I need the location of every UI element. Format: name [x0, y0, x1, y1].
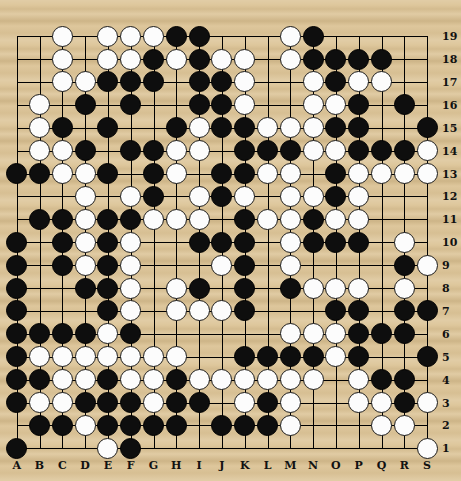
stone-white-O14 — [325, 140, 346, 161]
stone-white-O8 — [325, 278, 346, 299]
stone-white-J4 — [211, 369, 232, 390]
stone-black-A10 — [6, 232, 27, 253]
stone-black-P15 — [348, 117, 369, 138]
stone-black-K10 — [234, 232, 255, 253]
stone-white-M19 — [280, 26, 301, 47]
stone-white-O5 — [325, 346, 346, 367]
stone-black-K11 — [234, 209, 255, 230]
stone-white-D13 — [75, 163, 96, 184]
stone-white-N15 — [303, 117, 324, 138]
stone-black-O18 — [325, 49, 346, 70]
stone-black-A8 — [6, 278, 27, 299]
stone-white-S14 — [417, 140, 438, 161]
stone-white-Q17 — [371, 71, 392, 92]
stone-white-N8 — [303, 278, 324, 299]
stone-black-K9 — [234, 255, 255, 276]
column-label-F: F — [127, 459, 135, 472]
column-label-J: J — [219, 459, 224, 472]
stone-white-H11 — [166, 209, 187, 230]
stone-black-P10 — [348, 232, 369, 253]
stone-black-E2 — [97, 415, 118, 436]
column-label-C: C — [58, 459, 67, 472]
column-label-H: H — [171, 459, 181, 472]
stone-white-P4 — [348, 369, 369, 390]
stone-black-P5 — [348, 346, 369, 367]
stone-black-I10 — [189, 232, 210, 253]
stone-black-J17 — [211, 71, 232, 92]
stone-white-D9 — [75, 255, 96, 276]
stone-white-H13 — [166, 163, 187, 184]
row-label-1: 1 — [442, 442, 450, 455]
stone-white-B5 — [29, 346, 50, 367]
stone-black-I8 — [189, 278, 210, 299]
stone-white-G11 — [143, 209, 164, 230]
stone-black-O10 — [325, 232, 346, 253]
stone-black-P18 — [348, 49, 369, 70]
stone-white-B15 — [29, 117, 50, 138]
stone-black-A3 — [6, 392, 27, 413]
row-label-19: 19 — [442, 30, 457, 43]
stone-white-F4 — [120, 369, 141, 390]
stone-white-N6 — [303, 323, 324, 344]
stone-white-E6 — [97, 323, 118, 344]
stone-black-S15 — [417, 117, 438, 138]
stone-black-E3 — [97, 392, 118, 413]
stone-white-F10 — [120, 232, 141, 253]
stone-white-P8 — [348, 278, 369, 299]
stone-black-P16 — [348, 94, 369, 115]
column-label-R: R — [400, 459, 409, 472]
stone-white-S9 — [417, 255, 438, 276]
stone-white-C19 — [52, 26, 73, 47]
stone-black-N19 — [303, 26, 324, 47]
stone-white-R2 — [394, 415, 415, 436]
stone-white-G4 — [143, 369, 164, 390]
stone-black-I16 — [189, 94, 210, 115]
stone-white-H14 — [166, 140, 187, 161]
stone-white-B16 — [29, 94, 50, 115]
stone-black-H19 — [166, 26, 187, 47]
stone-white-I7 — [189, 300, 210, 321]
stone-black-K14 — [234, 140, 255, 161]
stone-white-M2 — [280, 415, 301, 436]
stone-black-A6 — [6, 323, 27, 344]
stone-black-L14 — [257, 140, 278, 161]
stone-white-Q13 — [371, 163, 392, 184]
stone-white-I14 — [189, 140, 210, 161]
stone-white-K17 — [234, 71, 255, 92]
stone-black-H3 — [166, 392, 187, 413]
stone-black-S7 — [417, 300, 438, 321]
column-label-M: M — [284, 459, 296, 472]
stone-black-A5 — [6, 346, 27, 367]
stone-white-O16 — [325, 94, 346, 115]
stone-black-G18 — [143, 49, 164, 70]
stone-black-B6 — [29, 323, 50, 344]
stone-white-L15 — [257, 117, 278, 138]
stone-white-O6 — [325, 323, 346, 344]
stone-black-F14 — [120, 140, 141, 161]
stone-black-N10 — [303, 232, 324, 253]
stone-white-F18 — [120, 49, 141, 70]
stone-white-I11 — [189, 209, 210, 230]
stone-black-K7 — [234, 300, 255, 321]
row-label-11: 11 — [442, 213, 457, 226]
stone-black-R9 — [394, 255, 415, 276]
stone-black-G2 — [143, 415, 164, 436]
stone-black-R6 — [394, 323, 415, 344]
stone-black-H4 — [166, 369, 187, 390]
stone-white-D17 — [75, 71, 96, 92]
row-label-2: 2 — [442, 419, 450, 432]
stone-black-I17 — [189, 71, 210, 92]
stone-white-J7 — [211, 300, 232, 321]
stone-white-F12 — [120, 186, 141, 207]
stone-white-P11 — [348, 209, 369, 230]
stone-white-D5 — [75, 346, 96, 367]
stone-white-N4 — [303, 369, 324, 390]
stone-white-P3 — [348, 392, 369, 413]
column-label-L: L — [264, 459, 272, 472]
stone-white-P17 — [348, 71, 369, 92]
stone-black-S5 — [417, 346, 438, 367]
stone-white-P12 — [348, 186, 369, 207]
row-label-6: 6 — [442, 327, 450, 340]
stone-white-H7 — [166, 300, 187, 321]
stone-black-J10 — [211, 232, 232, 253]
column-label-G: G — [149, 459, 158, 472]
stone-black-B13 — [29, 163, 50, 184]
stone-black-E10 — [97, 232, 118, 253]
stone-black-E15 — [97, 117, 118, 138]
row-label-10: 10 — [442, 236, 457, 249]
stone-white-F5 — [120, 346, 141, 367]
stone-white-Q3 — [371, 392, 392, 413]
stone-white-K18 — [234, 49, 255, 70]
stone-white-S3 — [417, 392, 438, 413]
row-label-13: 13 — [442, 167, 457, 180]
stone-black-M8 — [280, 278, 301, 299]
row-label-16: 16 — [442, 98, 457, 111]
stone-white-D10 — [75, 232, 96, 253]
column-label-Q: Q — [377, 459, 387, 472]
stone-white-C5 — [52, 346, 73, 367]
stone-black-E13 — [97, 163, 118, 184]
stone-white-K16 — [234, 94, 255, 115]
stone-white-C13 — [52, 163, 73, 184]
stone-black-K13 — [234, 163, 255, 184]
stone-black-Q6 — [371, 323, 392, 344]
stone-black-A1 — [6, 438, 27, 459]
stone-black-H2 — [166, 415, 187, 436]
stone-white-J18 — [211, 49, 232, 70]
row-label-7: 7 — [442, 304, 450, 317]
stone-black-A9 — [6, 255, 27, 276]
stone-black-M5 — [280, 346, 301, 367]
stone-white-M6 — [280, 323, 301, 344]
stone-black-K2 — [234, 415, 255, 436]
stone-black-P14 — [348, 140, 369, 161]
stone-white-I12 — [189, 186, 210, 207]
stone-white-E5 — [97, 346, 118, 367]
stone-black-D8 — [75, 278, 96, 299]
row-label-4: 4 — [442, 373, 450, 386]
stone-white-F8 — [120, 278, 141, 299]
stone-black-O13 — [325, 163, 346, 184]
stone-black-E4 — [97, 369, 118, 390]
column-label-N: N — [308, 459, 318, 472]
stone-white-S13 — [417, 163, 438, 184]
stone-black-R3 — [394, 392, 415, 413]
stone-black-D16 — [75, 94, 96, 115]
stone-white-E19 — [97, 26, 118, 47]
stone-white-P13 — [348, 163, 369, 184]
stone-black-J13 — [211, 163, 232, 184]
stone-black-A13 — [6, 163, 27, 184]
stone-white-L13 — [257, 163, 278, 184]
stone-black-Q14 — [371, 140, 392, 161]
stone-white-H18 — [166, 49, 187, 70]
stone-black-I18 — [189, 49, 210, 70]
stone-white-N16 — [303, 94, 324, 115]
stone-black-N11 — [303, 209, 324, 230]
stone-black-O17 — [325, 71, 346, 92]
stone-white-M10 — [280, 232, 301, 253]
stone-white-D2 — [75, 415, 96, 436]
stone-black-F2 — [120, 415, 141, 436]
stone-black-G13 — [143, 163, 164, 184]
stone-white-G3 — [143, 392, 164, 413]
row-label-18: 18 — [442, 53, 457, 66]
stone-black-K15 — [234, 117, 255, 138]
stone-black-O12 — [325, 186, 346, 207]
stone-black-I19 — [189, 26, 210, 47]
stone-black-P6 — [348, 323, 369, 344]
stone-white-H5 — [166, 346, 187, 367]
stone-black-M14 — [280, 140, 301, 161]
stone-white-R13 — [394, 163, 415, 184]
stone-black-I3 — [189, 392, 210, 413]
stone-white-K3 — [234, 392, 255, 413]
row-label-5: 5 — [442, 350, 450, 363]
stone-white-N14 — [303, 140, 324, 161]
stone-black-J2 — [211, 415, 232, 436]
stone-white-O11 — [325, 209, 346, 230]
stone-black-P7 — [348, 300, 369, 321]
stone-black-Q18 — [371, 49, 392, 70]
stone-black-B2 — [29, 415, 50, 436]
stone-white-M15 — [280, 117, 301, 138]
stone-white-C14 — [52, 140, 73, 161]
column-label-E: E — [104, 459, 112, 472]
stone-black-R7 — [394, 300, 415, 321]
stone-white-J9 — [211, 255, 232, 276]
stone-black-E9 — [97, 255, 118, 276]
column-label-S: S — [423, 459, 431, 472]
stone-black-D14 — [75, 140, 96, 161]
stone-white-B14 — [29, 140, 50, 161]
stone-black-L5 — [257, 346, 278, 367]
stone-white-C4 — [52, 369, 73, 390]
stone-white-M11 — [280, 209, 301, 230]
stone-white-R10 — [394, 232, 415, 253]
column-label-D: D — [80, 459, 90, 472]
stone-black-A7 — [6, 300, 27, 321]
stone-black-D3 — [75, 392, 96, 413]
stone-black-J16 — [211, 94, 232, 115]
row-label-15: 15 — [442, 121, 457, 134]
stone-black-K5 — [234, 346, 255, 367]
stone-white-I15 — [189, 117, 210, 138]
grid-line-vertical — [427, 36, 428, 449]
stone-black-R4 — [394, 369, 415, 390]
column-label-I: I — [197, 459, 202, 472]
row-label-9: 9 — [442, 259, 450, 272]
stone-black-F16 — [120, 94, 141, 115]
stone-white-D4 — [75, 369, 96, 390]
stone-black-J15 — [211, 117, 232, 138]
column-label-A: A — [12, 459, 21, 472]
column-label-B: B — [35, 459, 44, 472]
stone-black-F11 — [120, 209, 141, 230]
column-label-K: K — [240, 459, 250, 472]
stone-black-A4 — [6, 369, 27, 390]
stone-black-K8 — [234, 278, 255, 299]
stone-white-L11 — [257, 209, 278, 230]
stone-black-G12 — [143, 186, 164, 207]
row-label-14: 14 — [442, 144, 457, 157]
row-label-3: 3 — [442, 396, 450, 409]
stone-black-C10 — [52, 232, 73, 253]
stone-white-F7 — [120, 300, 141, 321]
stone-white-D12 — [75, 186, 96, 207]
go-board[interactable] — [0, 0, 461, 481]
stone-black-E8 — [97, 278, 118, 299]
stone-black-C11 — [52, 209, 73, 230]
stone-white-E1 — [97, 438, 118, 459]
stone-black-R14 — [394, 140, 415, 161]
stone-black-F17 — [120, 71, 141, 92]
column-label-P: P — [355, 459, 363, 472]
stone-black-F3 — [120, 392, 141, 413]
stone-black-F6 — [120, 323, 141, 344]
stone-white-C17 — [52, 71, 73, 92]
stone-white-M18 — [280, 49, 301, 70]
stone-white-M3 — [280, 392, 301, 413]
stone-black-C6 — [52, 323, 73, 344]
stone-black-B4 — [29, 369, 50, 390]
stone-black-G14 — [143, 140, 164, 161]
stone-white-H8 — [166, 278, 187, 299]
stone-white-M4 — [280, 369, 301, 390]
stone-black-J12 — [211, 186, 232, 207]
stone-white-N17 — [303, 71, 324, 92]
stone-black-O15 — [325, 117, 346, 138]
column-label-O: O — [331, 459, 341, 472]
stone-black-L2 — [257, 415, 278, 436]
stone-white-Q2 — [371, 415, 392, 436]
stone-white-C18 — [52, 49, 73, 70]
stone-white-L4 — [257, 369, 278, 390]
stone-white-K12 — [234, 186, 255, 207]
stone-white-B3 — [29, 392, 50, 413]
stone-black-C9 — [52, 255, 73, 276]
go-game-screen: ABCDEFGHIJKLMNOPQRS191817161514131211109… — [0, 0, 461, 481]
stone-white-K4 — [234, 369, 255, 390]
stone-black-E7 — [97, 300, 118, 321]
stone-white-E18 — [97, 49, 118, 70]
stone-white-S1 — [417, 438, 438, 459]
stone-black-H15 — [166, 117, 187, 138]
stone-black-F1 — [120, 438, 141, 459]
stone-white-N12 — [303, 186, 324, 207]
stone-black-N18 — [303, 49, 324, 70]
stone-black-D6 — [75, 323, 96, 344]
stone-white-C3 — [52, 392, 73, 413]
stone-white-R8 — [394, 278, 415, 299]
stone-black-O7 — [325, 300, 346, 321]
stone-black-G17 — [143, 71, 164, 92]
stone-black-B11 — [29, 209, 50, 230]
row-label-12: 12 — [442, 190, 457, 203]
grid-line-horizontal — [17, 448, 428, 449]
stone-black-Q4 — [371, 369, 392, 390]
row-label-17: 17 — [442, 75, 457, 88]
row-label-8: 8 — [442, 282, 450, 295]
stone-white-M13 — [280, 163, 301, 184]
stone-white-F9 — [120, 255, 141, 276]
stone-white-G19 — [143, 26, 164, 47]
stone-black-E11 — [97, 209, 118, 230]
stone-white-F19 — [120, 26, 141, 47]
stone-white-D11 — [75, 209, 96, 230]
stone-black-R16 — [394, 94, 415, 115]
stone-black-L3 — [257, 392, 278, 413]
stone-black-C2 — [52, 415, 73, 436]
stone-black-N5 — [303, 346, 324, 367]
stone-black-E17 — [97, 71, 118, 92]
stone-white-M9 — [280, 255, 301, 276]
stone-white-M12 — [280, 186, 301, 207]
stone-black-C15 — [52, 117, 73, 138]
stone-white-G5 — [143, 346, 164, 367]
stone-white-I4 — [189, 369, 210, 390]
